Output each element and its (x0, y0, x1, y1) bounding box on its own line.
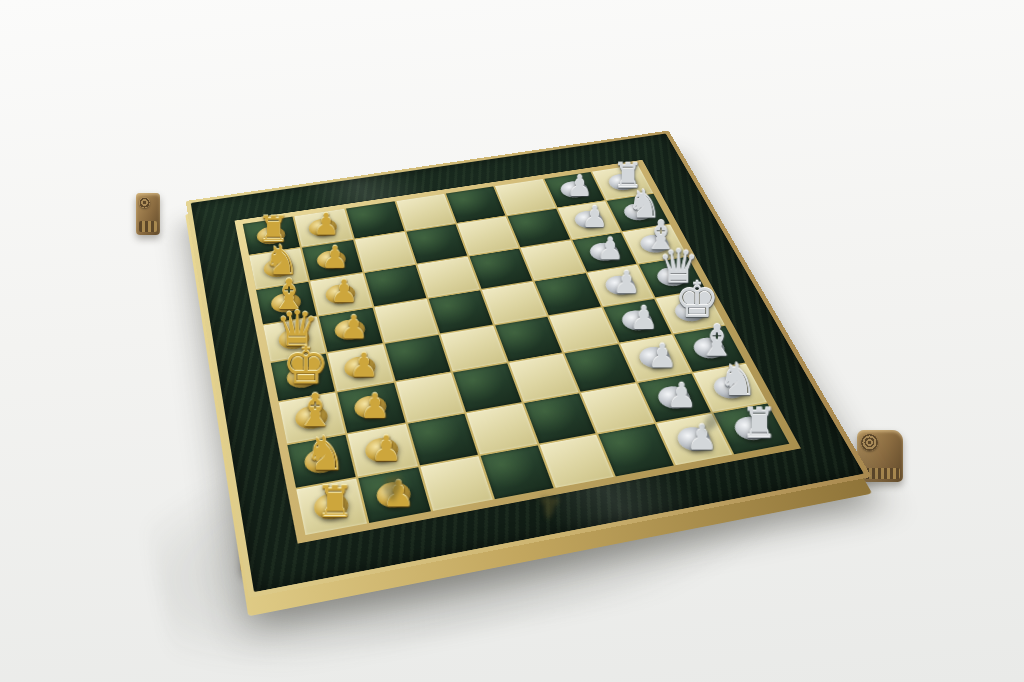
square-g3 (407, 413, 477, 465)
silver-piece-base (602, 274, 639, 297)
gold-piece-base (285, 364, 321, 390)
gold-piece-base (374, 479, 414, 510)
scene: ♜♟♟♜♞♟♟♞♝♟♟♝♛♟♟♛♚♟♟♚♝♟♟♝♞♟♟♞♜♟♟♜ (0, 0, 1024, 682)
silver-piece-base (690, 336, 729, 361)
silver-piece-base (637, 233, 673, 254)
gold-piece-base (293, 404, 330, 432)
square-b1: ♞ (249, 248, 308, 288)
gold-piece-base (269, 291, 303, 315)
gold-piece-base (312, 491, 351, 522)
studio-scene: ♜♟♟♜♞♟♟♞♝♟♟♝♛♟♟♛♚♟♟♚♝♟♟♝♞♟♟♞♜♟♟♜ ♞ ♟ ♞ (0, 0, 1024, 682)
square-d4 (428, 290, 492, 333)
gold-piece-base (307, 217, 339, 238)
silver-piece-base (557, 180, 590, 200)
silver-piece-base (605, 173, 639, 192)
silver-piece-base (635, 345, 674, 371)
silver-piece-base (730, 414, 772, 442)
gold-piece-base (363, 435, 401, 464)
square-g7: ♟ (637, 373, 710, 422)
silver-piece-base (571, 210, 605, 231)
gold-piece-base (277, 326, 312, 351)
chessboard: ♜♟♟♜♞♟♟♞♝♟♟♝♛♟♟♛♚♟♟♚♝♟♟♝♞♟♟♞♜♟♟♜ (186, 131, 872, 598)
gold-piece-base (302, 446, 340, 475)
silver-piece-base (673, 425, 715, 454)
silver-piece-base (586, 241, 622, 263)
square-e2: ♟ (328, 344, 393, 391)
silver-piece-base (709, 374, 750, 401)
silver-piece-base (654, 384, 694, 411)
gold-piece-base (352, 394, 389, 421)
